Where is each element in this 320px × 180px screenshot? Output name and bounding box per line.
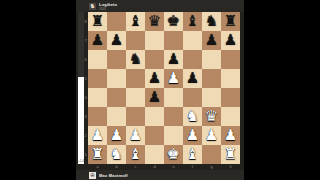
black-pawn: ♟ bbox=[91, 31, 104, 50]
square-h2[interactable]: ♟ bbox=[221, 126, 240, 145]
black-bishop: ♝ bbox=[129, 12, 142, 31]
rank-coordinates: 87654321 bbox=[83, 12, 88, 164]
white-bishop: ♝ bbox=[186, 145, 199, 164]
square-h8[interactable]: ♜ bbox=[221, 12, 240, 31]
square-b7[interactable]: ♟ bbox=[107, 31, 126, 50]
opponent-bar: ♞ Lugiketo 1500 bbox=[76, 0, 244, 12]
black-pawn: ♟ bbox=[148, 69, 161, 88]
square-c2[interactable]: ♟ bbox=[126, 126, 145, 145]
square-c1[interactable]: ♝ bbox=[126, 145, 145, 164]
square-e2[interactable] bbox=[164, 126, 183, 145]
file-coordinates: abcdefgh bbox=[88, 163, 240, 170]
rank-label-6: 6 bbox=[83, 50, 88, 69]
square-a4[interactable] bbox=[88, 88, 107, 107]
square-b1[interactable]: ♞ bbox=[107, 145, 126, 164]
file-label-f: f bbox=[183, 163, 202, 170]
square-a3[interactable] bbox=[88, 107, 107, 126]
white-pawn: ♟ bbox=[110, 126, 123, 145]
black-king: ♚ bbox=[167, 12, 180, 31]
file-label-d: d bbox=[145, 163, 164, 170]
square-g3[interactable]: ♛ bbox=[202, 107, 221, 126]
white-pawn: ♟ bbox=[205, 126, 218, 145]
white-queen: ♛ bbox=[205, 107, 218, 126]
rank-label-1: 1 bbox=[83, 145, 88, 164]
black-bishop: ♝ bbox=[186, 12, 199, 31]
square-e5[interactable]: ♟ bbox=[164, 69, 183, 88]
white-pawn: ♟ bbox=[167, 69, 180, 88]
chess-board: ♜♝♛♚♝♞♜♟♟♟♟♞♟♟♟♟♟♞♛♟♟♟♟♟♟♜♞♝♚♝♜ bbox=[88, 12, 240, 164]
square-c4[interactable] bbox=[126, 88, 145, 107]
black-pawn: ♟ bbox=[110, 31, 123, 50]
square-b4[interactable] bbox=[107, 88, 126, 107]
square-d8[interactable]: ♛ bbox=[145, 12, 164, 31]
square-h6[interactable] bbox=[221, 50, 240, 69]
square-b5[interactable] bbox=[107, 69, 126, 88]
square-h4[interactable] bbox=[221, 88, 240, 107]
square-e1[interactable]: ♚ bbox=[164, 145, 183, 164]
square-b2[interactable]: ♟ bbox=[107, 126, 126, 145]
square-e3[interactable] bbox=[164, 107, 183, 126]
black-knight: ♞ bbox=[205, 12, 218, 31]
square-g4[interactable] bbox=[202, 88, 221, 107]
square-g2[interactable]: ♟ bbox=[202, 126, 221, 145]
player-bar: ♔ Max Maximoff bbox=[76, 170, 244, 180]
black-queen: ♛ bbox=[148, 12, 161, 31]
chess-app-frame: ♞ Lugiketo 1500 +1.4 87654321 ♜♝♛♚♝♞♜♟♟♟… bbox=[76, 0, 244, 180]
black-rook: ♜ bbox=[91, 12, 104, 31]
file-label-b: b bbox=[107, 163, 126, 170]
square-f1[interactable]: ♝ bbox=[183, 145, 202, 164]
square-g7[interactable]: ♟ bbox=[202, 31, 221, 50]
black-knight: ♞ bbox=[129, 50, 142, 69]
square-d7[interactable] bbox=[145, 31, 164, 50]
square-g8[interactable]: ♞ bbox=[202, 12, 221, 31]
square-h3[interactable] bbox=[221, 107, 240, 126]
player-name[interactable]: Max Maximoff bbox=[99, 173, 128, 178]
white-bishop: ♝ bbox=[129, 145, 142, 164]
rank-label-7: 7 bbox=[83, 31, 88, 50]
opponent-rating: 1500 bbox=[99, 7, 117, 11]
square-f7[interactable] bbox=[183, 31, 202, 50]
square-f3[interactable]: ♞ bbox=[183, 107, 202, 126]
square-a8[interactable]: ♜ bbox=[88, 12, 107, 31]
square-a2[interactable]: ♟ bbox=[88, 126, 107, 145]
file-label-g: g bbox=[202, 163, 221, 170]
black-pawn: ♟ bbox=[186, 69, 199, 88]
white-pawn: ♟ bbox=[91, 126, 104, 145]
square-d4[interactable]: ♟ bbox=[145, 88, 164, 107]
square-d2[interactable] bbox=[145, 126, 164, 145]
square-b8[interactable] bbox=[107, 12, 126, 31]
white-rook: ♜ bbox=[224, 145, 237, 164]
square-a6[interactable] bbox=[88, 50, 107, 69]
rank-label-5: 5 bbox=[83, 69, 88, 88]
black-pawn: ♟ bbox=[148, 88, 161, 107]
square-h5[interactable] bbox=[221, 69, 240, 88]
black-pawn: ♟ bbox=[205, 31, 218, 50]
rank-label-8: 8 bbox=[83, 12, 88, 31]
letterbox-right bbox=[244, 0, 320, 180]
square-e8[interactable]: ♚ bbox=[164, 12, 183, 31]
square-e7[interactable] bbox=[164, 31, 183, 50]
square-e6[interactable]: ♟ bbox=[164, 50, 183, 69]
file-label-a: a bbox=[88, 163, 107, 170]
white-rook: ♜ bbox=[91, 145, 104, 164]
square-f6[interactable] bbox=[183, 50, 202, 69]
white-king: ♚ bbox=[167, 145, 180, 164]
square-a5[interactable] bbox=[88, 69, 107, 88]
white-pawn: ♟ bbox=[186, 126, 199, 145]
white-pawn: ♟ bbox=[224, 126, 237, 145]
player-avatar[interactable]: ♔ bbox=[89, 172, 96, 179]
square-d1[interactable] bbox=[145, 145, 164, 164]
square-g5[interactable] bbox=[202, 69, 221, 88]
square-a1[interactable]: ♜ bbox=[88, 145, 107, 164]
rank-label-2: 2 bbox=[83, 126, 88, 145]
square-g1[interactable] bbox=[202, 145, 221, 164]
square-c7[interactable] bbox=[126, 31, 145, 50]
square-f8[interactable]: ♝ bbox=[183, 12, 202, 31]
square-d6[interactable] bbox=[145, 50, 164, 69]
black-pawn: ♟ bbox=[167, 50, 180, 69]
white-knight: ♞ bbox=[110, 145, 123, 164]
square-f4[interactable] bbox=[183, 88, 202, 107]
rank-label-4: 4 bbox=[83, 88, 88, 107]
square-c8[interactable]: ♝ bbox=[126, 12, 145, 31]
square-e4[interactable] bbox=[164, 88, 183, 107]
black-rook: ♜ bbox=[224, 12, 237, 31]
square-f2[interactable]: ♟ bbox=[183, 126, 202, 145]
square-d3[interactable] bbox=[145, 107, 164, 126]
square-c3[interactable] bbox=[126, 107, 145, 126]
square-d5[interactable]: ♟ bbox=[145, 69, 164, 88]
letterbox-left bbox=[0, 0, 76, 180]
square-b6[interactable] bbox=[107, 50, 126, 69]
square-c5[interactable] bbox=[126, 69, 145, 88]
square-b3[interactable] bbox=[107, 107, 126, 126]
opponent-avatar[interactable]: ♞ bbox=[89, 3, 96, 10]
rank-label-3: 3 bbox=[83, 107, 88, 126]
white-knight: ♞ bbox=[186, 107, 199, 126]
square-c6[interactable]: ♞ bbox=[126, 50, 145, 69]
square-a7[interactable]: ♟ bbox=[88, 31, 107, 50]
file-label-h: h bbox=[221, 163, 240, 170]
square-h7[interactable]: ♟ bbox=[221, 31, 240, 50]
square-h1[interactable]: ♜ bbox=[221, 145, 240, 164]
white-pawn: ♟ bbox=[129, 126, 142, 145]
square-f5[interactable]: ♟ bbox=[183, 69, 202, 88]
file-label-c: c bbox=[126, 163, 145, 170]
file-label-e: e bbox=[164, 163, 183, 170]
black-pawn: ♟ bbox=[224, 31, 237, 50]
square-g6[interactable] bbox=[202, 50, 221, 69]
